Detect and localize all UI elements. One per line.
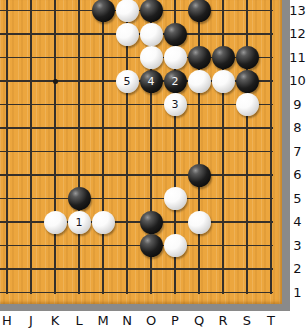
stone-black-S11 [236, 46, 259, 69]
stone-white-Q10 [188, 70, 211, 93]
coord-label-bottom-S: S [237, 313, 257, 331]
stone-white-N12 [116, 23, 139, 46]
stone-black-P10: 2 [164, 70, 187, 93]
stone-white-N13 [116, 0, 139, 22]
coord-label-right-7: 7 [287, 144, 308, 160]
stone-black-O3 [140, 234, 163, 257]
coord-label-right-12: 12 [287, 26, 308, 42]
coord-label-right-10: 10 [287, 73, 308, 89]
coord-label-bottom-N: N [117, 313, 137, 331]
coord-label-right-3: 3 [287, 238, 308, 254]
board-edge-shadow-bottom [0, 304, 290, 311]
coord-label-bottom-K: K [45, 313, 65, 331]
move-number-label: 5 [116, 70, 139, 93]
go-diagram-screen: 42531 13121110987654321 HJKLMNOPQRST [0, 0, 308, 332]
stone-black-L5 [68, 187, 91, 210]
stone-black-O13 [140, 0, 163, 22]
stone-black-Q13 [188, 0, 211, 22]
coord-label-bottom-Q: Q [189, 313, 209, 331]
stone-white-S9 [236, 93, 259, 116]
coord-label-right-1: 1 [287, 285, 308, 301]
stones-layer: 42531 [0, 0, 282, 304]
coord-label-bottom-P: P [165, 313, 185, 331]
stone-white-P5 [164, 187, 187, 210]
stone-white-K4 [44, 211, 67, 234]
coord-label-right-8: 8 [287, 120, 308, 136]
move-number-label: 1 [68, 211, 91, 234]
stone-black-Q6 [188, 164, 211, 187]
coord-label-bottom-J: J [21, 313, 41, 331]
stone-black-O4 [140, 211, 163, 234]
move-number-label: 2 [164, 70, 187, 93]
coord-label-bottom-M: M [93, 313, 113, 331]
stone-black-R11 [212, 46, 235, 69]
coord-label-right-2: 2 [287, 261, 308, 277]
stone-white-Q4 [188, 211, 211, 234]
coord-label-right-9: 9 [287, 97, 308, 113]
stone-white-O12 [140, 23, 163, 46]
stone-white-L4: 1 [68, 211, 91, 234]
coord-label-bottom-T: T [261, 313, 281, 331]
move-number-label: 4 [140, 70, 163, 93]
stone-white-R10 [212, 70, 235, 93]
stone-white-O11 [140, 46, 163, 69]
stone-black-O10: 4 [140, 70, 163, 93]
stone-white-P3 [164, 234, 187, 257]
coord-label-right-13: 13 [287, 3, 308, 19]
coord-label-bottom-O: O [141, 313, 161, 331]
move-number-label: 3 [164, 93, 187, 116]
go-board[interactable]: 42531 [0, 0, 282, 304]
stone-black-P12 [164, 23, 187, 46]
stone-white-M4 [92, 211, 115, 234]
coord-label-right-4: 4 [287, 214, 308, 230]
stone-black-Q11 [188, 46, 211, 69]
coord-label-bottom-H: H [0, 313, 17, 331]
stone-black-M13 [92, 0, 115, 22]
coord-label-right-5: 5 [287, 191, 308, 207]
coord-label-right-6: 6 [287, 167, 308, 183]
coord-label-bottom-R: R [213, 313, 233, 331]
stone-black-S10 [236, 70, 259, 93]
stone-white-P11 [164, 46, 187, 69]
stone-white-N10: 5 [116, 70, 139, 93]
coord-label-bottom-L: L [69, 313, 89, 331]
stone-white-P9: 3 [164, 93, 187, 116]
coord-label-right-11: 11 [287, 50, 308, 66]
